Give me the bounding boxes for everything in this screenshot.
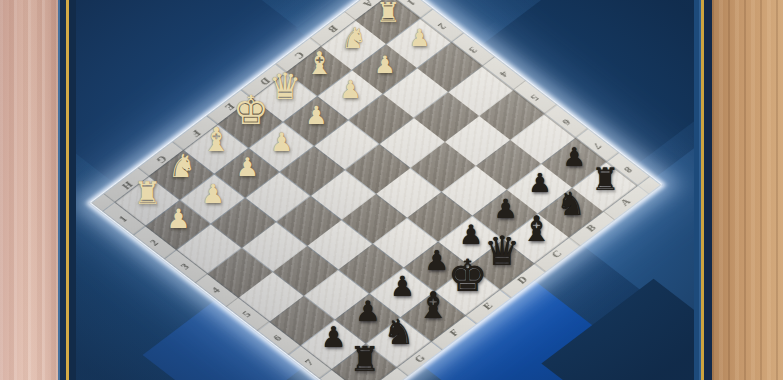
rank-label-text: 7 (591, 141, 603, 150)
rank-label-text: 2 (149, 238, 161, 247)
rank-label-text: 3 (180, 262, 192, 271)
rank-label-text: 8 (622, 165, 634, 174)
file-label-text: F (448, 328, 460, 338)
rank-label-text: 7 (304, 358, 316, 367)
rank-label-text: 6 (273, 334, 285, 343)
rank-label-text: 1 (118, 214, 130, 223)
rank-label-text: 3 (467, 45, 479, 54)
box-edge-gold-pinstripe-left (58, 0, 76, 380)
table-wood-right (712, 0, 783, 380)
file-label-text: E (482, 302, 495, 312)
file-label-text: A (620, 197, 633, 207)
rank-label-text: 1 (405, 0, 417, 6)
chess-box-photo: 12345678AABBCCDDEEFFGGHH12345678 ♜♞♝♛♚♝♞… (0, 0, 783, 380)
box-edge-gold-pinstripe-right (694, 0, 712, 380)
rank-label-text: 4 (498, 69, 510, 78)
file-label-text: G (413, 353, 427, 364)
file-label-text: C (551, 249, 564, 259)
rank-label-text: 6 (560, 117, 572, 126)
table-wood-left (0, 0, 58, 380)
rank-label-text: 5 (242, 310, 254, 319)
rank-label-text: 5 (529, 93, 541, 102)
rank-label-text: 2 (436, 21, 448, 30)
rank-label-text: 4 (211, 286, 223, 295)
file-label-text: D (516, 275, 529, 285)
file-label-text: B (585, 224, 598, 234)
